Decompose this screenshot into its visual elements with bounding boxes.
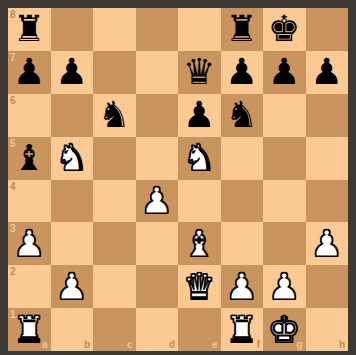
square-c4[interactable]	[93, 180, 136, 223]
piece-white-knight[interactable]: ♞	[178, 137, 221, 180]
square-e7[interactable]: ♛	[178, 51, 221, 94]
square-f3[interactable]	[221, 222, 264, 265]
square-f2[interactable]: ♟	[221, 265, 264, 308]
square-c7[interactable]	[93, 51, 136, 94]
chess-board: 8♜♜♚7♟♟♛♟♟♟6♞♟♞5♝♞♞4♟3♟♝♟2♟♛♟♟1a♜bcdef♜g…	[8, 8, 348, 351]
square-e5[interactable]: ♞	[178, 137, 221, 180]
square-h1[interactable]: h	[306, 308, 349, 351]
square-h7[interactable]: ♟	[306, 51, 349, 94]
square-f6[interactable]: ♞	[221, 94, 264, 137]
square-e2[interactable]: ♛	[178, 265, 221, 308]
piece-white-bishop[interactable]: ♝	[178, 222, 221, 265]
piece-black-pawn[interactable]: ♟	[51, 51, 94, 94]
square-e6[interactable]: ♟	[178, 94, 221, 137]
square-d4[interactable]: ♟	[136, 180, 179, 223]
square-h6[interactable]	[306, 94, 349, 137]
square-c3[interactable]	[93, 222, 136, 265]
square-g7[interactable]: ♟	[263, 51, 306, 94]
piece-black-queen[interactable]: ♛	[178, 51, 221, 94]
file-label-e: e	[212, 340, 218, 350]
square-b2[interactable]: ♟	[51, 265, 94, 308]
square-h2[interactable]	[306, 265, 349, 308]
square-c2[interactable]	[93, 265, 136, 308]
square-b5[interactable]: ♞	[51, 137, 94, 180]
square-g5[interactable]	[263, 137, 306, 180]
piece-black-pawn[interactable]: ♟	[306, 51, 349, 94]
square-e1[interactable]: e	[178, 308, 221, 351]
piece-black-rook[interactable]: ♜	[221, 8, 264, 51]
square-a3[interactable]: 3♟	[8, 222, 51, 265]
square-e8[interactable]	[178, 8, 221, 51]
piece-black-knight[interactable]: ♞	[93, 94, 136, 137]
piece-black-pawn[interactable]: ♟	[178, 94, 221, 137]
square-e4[interactable]	[178, 180, 221, 223]
square-a7[interactable]: 7♟	[8, 51, 51, 94]
piece-black-bishop[interactable]: ♝	[8, 137, 51, 180]
piece-white-king[interactable]: ♚	[263, 308, 306, 351]
piece-white-queen[interactable]: ♛	[178, 265, 221, 308]
square-b6[interactable]	[51, 94, 94, 137]
file-label-h: h	[339, 340, 345, 350]
file-label-c: c	[127, 340, 133, 350]
square-g1[interactable]: g♚	[263, 308, 306, 351]
square-b7[interactable]: ♟	[51, 51, 94, 94]
piece-white-rook[interactable]: ♜	[8, 308, 51, 351]
square-a2[interactable]: 2	[8, 265, 51, 308]
piece-black-pawn[interactable]: ♟	[221, 51, 264, 94]
square-d5[interactable]	[136, 137, 179, 180]
square-c6[interactable]: ♞	[93, 94, 136, 137]
chess-board-frame: 8♜♜♚7♟♟♛♟♟♟6♞♟♞5♝♞♞4♟3♟♝♟2♟♛♟♟1a♜bcdef♜g…	[0, 0, 356, 355]
square-f5[interactable]	[221, 137, 264, 180]
square-a4[interactable]: 4	[8, 180, 51, 223]
square-d6[interactable]	[136, 94, 179, 137]
square-c5[interactable]	[93, 137, 136, 180]
file-label-b: b	[84, 340, 90, 350]
piece-white-rook[interactable]: ♜	[221, 308, 264, 351]
rank-label-4: 4	[10, 182, 16, 192]
square-g3[interactable]	[263, 222, 306, 265]
square-h5[interactable]	[306, 137, 349, 180]
piece-white-pawn[interactable]: ♟	[8, 222, 51, 265]
piece-white-pawn[interactable]: ♟	[51, 265, 94, 308]
piece-white-pawn[interactable]: ♟	[221, 265, 264, 308]
square-d3[interactable]	[136, 222, 179, 265]
piece-black-knight[interactable]: ♞	[221, 94, 264, 137]
square-d1[interactable]: d	[136, 308, 179, 351]
square-f4[interactable]	[221, 180, 264, 223]
piece-white-pawn[interactable]: ♟	[263, 265, 306, 308]
square-h3[interactable]: ♟	[306, 222, 349, 265]
file-label-d: d	[169, 340, 175, 350]
square-b3[interactable]	[51, 222, 94, 265]
square-c8[interactable]	[93, 8, 136, 51]
piece-black-rook[interactable]: ♜	[8, 8, 51, 51]
square-b4[interactable]	[51, 180, 94, 223]
piece-black-pawn[interactable]: ♟	[8, 51, 51, 94]
rank-label-2: 2	[10, 267, 16, 277]
square-c1[interactable]: c	[93, 308, 136, 351]
square-g6[interactable]	[263, 94, 306, 137]
square-a8[interactable]: 8♜	[8, 8, 51, 51]
square-f8[interactable]: ♜	[221, 8, 264, 51]
square-b8[interactable]	[51, 8, 94, 51]
piece-white-pawn[interactable]: ♟	[306, 222, 349, 265]
square-g8[interactable]: ♚	[263, 8, 306, 51]
square-d8[interactable]	[136, 8, 179, 51]
square-f1[interactable]: f♜	[221, 308, 264, 351]
square-d2[interactable]	[136, 265, 179, 308]
square-a1[interactable]: 1a♜	[8, 308, 51, 351]
square-f7[interactable]: ♟	[221, 51, 264, 94]
piece-white-knight[interactable]: ♞	[51, 137, 94, 180]
square-a5[interactable]: 5♝	[8, 137, 51, 180]
square-g2[interactable]: ♟	[263, 265, 306, 308]
square-h8[interactable]	[306, 8, 349, 51]
piece-white-pawn[interactable]: ♟	[136, 180, 179, 223]
piece-black-pawn[interactable]: ♟	[263, 51, 306, 94]
square-g4[interactable]	[263, 180, 306, 223]
piece-black-king[interactable]: ♚	[263, 8, 306, 51]
rank-label-6: 6	[10, 96, 16, 106]
square-b1[interactable]: b	[51, 308, 94, 351]
square-d7[interactable]	[136, 51, 179, 94]
square-a6[interactable]: 6	[8, 94, 51, 137]
square-h4[interactable]	[306, 180, 349, 223]
square-e3[interactable]: ♝	[178, 222, 221, 265]
